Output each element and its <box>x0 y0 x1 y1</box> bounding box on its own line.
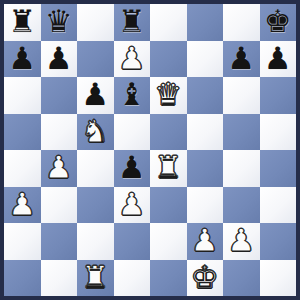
piece-black-rook[interactable]: ♜ <box>118 4 146 40</box>
square-g7[interactable]: ♟ <box>223 41 260 78</box>
square-b5[interactable] <box>41 114 78 151</box>
square-h6[interactable] <box>260 77 297 114</box>
piece-white-pawn[interactable]: ♟ <box>227 223 255 259</box>
piece-black-pawn[interactable]: ♟ <box>8 41 36 77</box>
square-g3[interactable] <box>223 187 260 224</box>
square-b8[interactable]: ♛ <box>41 4 78 41</box>
square-g6[interactable] <box>223 77 260 114</box>
square-d7[interactable]: ♟ <box>114 41 151 78</box>
piece-white-pawn[interactable]: ♟ <box>118 41 146 77</box>
square-e7[interactable] <box>150 41 187 78</box>
square-d5[interactable] <box>114 114 151 151</box>
square-e4[interactable]: ♜ <box>150 150 187 187</box>
piece-black-pawn[interactable]: ♟ <box>81 77 109 113</box>
square-h7[interactable]: ♟ <box>260 41 297 78</box>
square-e5[interactable] <box>150 114 187 151</box>
square-f8[interactable] <box>187 4 224 41</box>
square-a4[interactable] <box>4 150 41 187</box>
piece-black-rook[interactable]: ♜ <box>8 4 36 40</box>
square-d4[interactable]: ♟ <box>114 150 151 187</box>
square-g1[interactable] <box>223 260 260 297</box>
piece-black-pawn[interactable]: ♟ <box>118 150 146 186</box>
chess-board-frame: ♜♛♜♚♟♟♟♟♟♟♝♛♞♟♟♜♟♟♟♟♜♚ <box>0 0 300 300</box>
square-a5[interactable] <box>4 114 41 151</box>
square-b3[interactable] <box>41 187 78 224</box>
piece-white-pawn[interactable]: ♟ <box>118 187 146 223</box>
square-d6[interactable]: ♝ <box>114 77 151 114</box>
square-b1[interactable] <box>41 260 78 297</box>
piece-white-pawn[interactable]: ♟ <box>191 223 219 259</box>
square-a7[interactable]: ♟ <box>4 41 41 78</box>
square-d1[interactable] <box>114 260 151 297</box>
square-e2[interactable] <box>150 223 187 260</box>
square-f3[interactable] <box>187 187 224 224</box>
square-a2[interactable] <box>4 223 41 260</box>
square-c4[interactable] <box>77 150 114 187</box>
square-d2[interactable] <box>114 223 151 260</box>
piece-white-king[interactable]: ♚ <box>191 260 219 296</box>
square-g5[interactable] <box>223 114 260 151</box>
square-e3[interactable] <box>150 187 187 224</box>
square-h5[interactable] <box>260 114 297 151</box>
square-g2[interactable]: ♟ <box>223 223 260 260</box>
square-h8[interactable]: ♚ <box>260 4 297 41</box>
square-f5[interactable] <box>187 114 224 151</box>
square-f4[interactable] <box>187 150 224 187</box>
square-c7[interactable] <box>77 41 114 78</box>
square-b6[interactable] <box>41 77 78 114</box>
square-c3[interactable] <box>77 187 114 224</box>
piece-black-pawn[interactable]: ♟ <box>45 41 73 77</box>
piece-white-pawn[interactable]: ♟ <box>8 187 36 223</box>
piece-white-rook[interactable]: ♜ <box>154 150 182 186</box>
square-d8[interactable]: ♜ <box>114 4 151 41</box>
square-f1[interactable]: ♚ <box>187 260 224 297</box>
piece-black-bishop[interactable]: ♝ <box>118 77 146 113</box>
piece-white-knight[interactable]: ♞ <box>81 114 109 150</box>
square-c1[interactable]: ♜ <box>77 260 114 297</box>
square-c5[interactable]: ♞ <box>77 114 114 151</box>
piece-white-queen[interactable]: ♛ <box>154 77 182 113</box>
square-e6[interactable]: ♛ <box>150 77 187 114</box>
square-a3[interactable]: ♟ <box>4 187 41 224</box>
square-h1[interactable] <box>260 260 297 297</box>
piece-black-pawn[interactable]: ♟ <box>227 41 255 77</box>
piece-black-queen[interactable]: ♛ <box>45 4 73 40</box>
piece-black-king[interactable]: ♚ <box>264 4 292 40</box>
square-d3[interactable]: ♟ <box>114 187 151 224</box>
piece-white-pawn[interactable]: ♟ <box>45 150 73 186</box>
square-e8[interactable] <box>150 4 187 41</box>
square-b4[interactable]: ♟ <box>41 150 78 187</box>
square-f7[interactable] <box>187 41 224 78</box>
square-c6[interactable]: ♟ <box>77 77 114 114</box>
square-f2[interactable]: ♟ <box>187 223 224 260</box>
piece-black-pawn[interactable]: ♟ <box>264 41 292 77</box>
square-f6[interactable] <box>187 77 224 114</box>
square-h2[interactable] <box>260 223 297 260</box>
square-g4[interactable] <box>223 150 260 187</box>
square-h4[interactable] <box>260 150 297 187</box>
square-h3[interactable] <box>260 187 297 224</box>
piece-white-rook[interactable]: ♜ <box>81 260 109 296</box>
square-b2[interactable] <box>41 223 78 260</box>
square-a8[interactable]: ♜ <box>4 4 41 41</box>
square-c2[interactable] <box>77 223 114 260</box>
chess-board: ♜♛♜♚♟♟♟♟♟♟♝♛♞♟♟♜♟♟♟♟♜♚ <box>4 4 296 296</box>
square-c8[interactable] <box>77 4 114 41</box>
square-e1[interactable] <box>150 260 187 297</box>
square-g8[interactable] <box>223 4 260 41</box>
square-a1[interactable] <box>4 260 41 297</box>
square-b7[interactable]: ♟ <box>41 41 78 78</box>
square-a6[interactable] <box>4 77 41 114</box>
